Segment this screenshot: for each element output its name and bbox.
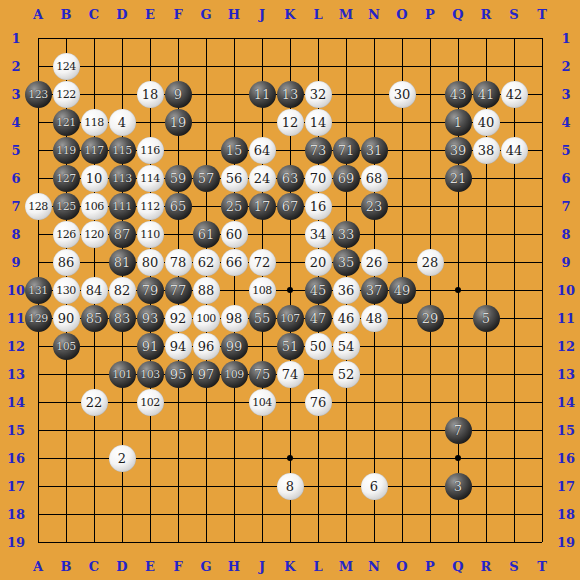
stone-18-white-E3: 18 xyxy=(137,81,164,108)
row-label-right: 4 xyxy=(561,116,570,129)
row-label-right: 18 xyxy=(557,508,575,521)
star-point xyxy=(287,287,293,293)
col-label-top: H xyxy=(228,8,240,21)
stone-124-white-B2: 124 xyxy=(53,53,80,80)
stone-26-white-N9: 26 xyxy=(361,249,388,276)
row-label-right: 5 xyxy=(561,144,570,157)
col-label-top: K xyxy=(284,8,295,21)
row-label-right: 15 xyxy=(557,424,575,437)
col-label-top: F xyxy=(173,8,182,21)
stone-56-white-H6: 56 xyxy=(221,165,248,192)
col-label-bottom: Q xyxy=(452,560,463,573)
row-label-left: 2 xyxy=(11,60,20,73)
stone-128-white-A7: 128 xyxy=(25,193,52,220)
stone-113-black-D6: 113 xyxy=(109,165,136,192)
stone-55-black-J11: 55 xyxy=(249,305,276,332)
stone-50-white-L12: 50 xyxy=(305,333,332,360)
stone-10-white-C6: 10 xyxy=(81,165,108,192)
stone-131-black-A10: 131 xyxy=(25,277,52,304)
stone-29-black-P11: 29 xyxy=(417,305,444,332)
stone-110-white-E8: 110 xyxy=(137,221,164,248)
stone-86-white-B9: 86 xyxy=(53,249,80,276)
stone-36-white-M10: 36 xyxy=(333,277,360,304)
stone-92-white-F11: 92 xyxy=(165,305,192,332)
col-label-bottom: K xyxy=(284,560,295,573)
stone-103-black-E13: 103 xyxy=(137,361,164,388)
col-label-bottom: N xyxy=(368,560,380,573)
stone-95-black-F13: 95 xyxy=(165,361,192,388)
stone-116-white-E5: 116 xyxy=(137,137,164,164)
col-label-bottom: E xyxy=(145,560,155,573)
col-label-bottom: S xyxy=(509,560,518,573)
stone-109-black-H13: 109 xyxy=(221,361,248,388)
col-label-bottom: F xyxy=(173,560,182,573)
stone-119-black-B5: 119 xyxy=(53,137,80,164)
row-label-right: 13 xyxy=(557,368,575,381)
stone-99-black-H12: 99 xyxy=(221,333,248,360)
col-label-top: O xyxy=(396,8,407,21)
stone-114-white-E6: 114 xyxy=(137,165,164,192)
stone-84-white-C10: 84 xyxy=(81,277,108,304)
stone-127-black-B6: 127 xyxy=(53,165,80,192)
stone-105-black-B12: 105 xyxy=(53,333,80,360)
stone-30-white-O3: 30 xyxy=(389,81,416,108)
stone-9-black-F3: 9 xyxy=(165,81,192,108)
stone-100-white-G11: 100 xyxy=(193,305,220,332)
stone-61-black-G8: 61 xyxy=(193,221,220,248)
stone-37-black-N10: 37 xyxy=(361,277,388,304)
col-label-bottom: T xyxy=(537,560,547,573)
stone-17-black-J7: 17 xyxy=(249,193,276,220)
row-label-left: 15 xyxy=(7,424,25,437)
col-label-top: G xyxy=(200,8,211,21)
col-label-top: L xyxy=(313,8,322,21)
row-label-left: 18 xyxy=(7,508,25,521)
stone-6-white-N17: 6 xyxy=(361,473,388,500)
stone-64-white-J5: 64 xyxy=(249,137,276,164)
stone-2-white-D16: 2 xyxy=(109,445,136,472)
stone-46-white-M11: 46 xyxy=(333,305,360,332)
stone-35-black-M9: 35 xyxy=(333,249,360,276)
stone-129-black-A11: 129 xyxy=(25,305,52,332)
row-label-left: 6 xyxy=(11,172,20,185)
stone-91-black-E12: 91 xyxy=(137,333,164,360)
stone-5-black-R11: 5 xyxy=(473,305,500,332)
stone-79-black-E10: 79 xyxy=(137,277,164,304)
stone-44-white-S5: 44 xyxy=(501,137,528,164)
stone-16-white-L7: 16 xyxy=(305,193,332,220)
stone-97-black-G13: 97 xyxy=(193,361,220,388)
stone-82-white-D10: 82 xyxy=(109,277,136,304)
stone-90-white-B11: 90 xyxy=(53,305,80,332)
stone-88-white-G10: 88 xyxy=(193,277,220,304)
stone-15-black-H5: 15 xyxy=(221,137,248,164)
row-label-left: 3 xyxy=(11,88,20,101)
stone-4-white-D4: 4 xyxy=(109,109,136,136)
row-label-left: 11 xyxy=(7,312,25,325)
star-point xyxy=(287,455,293,461)
row-label-left: 1 xyxy=(11,32,20,45)
stone-73-black-L5: 73 xyxy=(305,137,332,164)
stone-96-white-G12: 96 xyxy=(193,333,220,360)
row-label-right: 7 xyxy=(561,200,570,213)
stone-118-white-C4: 118 xyxy=(81,109,108,136)
col-label-bottom: H xyxy=(228,560,240,573)
stone-70-white-L6: 70 xyxy=(305,165,332,192)
stone-43-black-Q3: 43 xyxy=(445,81,472,108)
stone-108-white-J10: 108 xyxy=(249,277,276,304)
row-label-left: 9 xyxy=(11,256,20,269)
row-label-right: 6 xyxy=(561,172,570,185)
row-label-left: 8 xyxy=(11,228,20,241)
stone-25-black-H7: 25 xyxy=(221,193,248,220)
stone-33-black-M8: 33 xyxy=(333,221,360,248)
stone-24-white-J6: 24 xyxy=(249,165,276,192)
stone-120-white-C8: 120 xyxy=(81,221,108,248)
col-label-bottom: R xyxy=(481,560,492,573)
stone-106-white-C7: 106 xyxy=(81,193,108,220)
stone-3-black-Q17: 3 xyxy=(445,473,472,500)
stone-77-black-F10: 77 xyxy=(165,277,192,304)
row-label-right: 3 xyxy=(561,88,570,101)
stone-14-white-L4: 14 xyxy=(305,109,332,136)
stone-117-black-C5: 117 xyxy=(81,137,108,164)
stone-67-black-K7: 67 xyxy=(277,193,304,220)
stone-39-black-Q5: 39 xyxy=(445,137,472,164)
stone-76-white-L14: 76 xyxy=(305,389,332,416)
row-label-right: 19 xyxy=(557,536,575,549)
col-label-bottom: C xyxy=(89,560,99,573)
stone-19-black-F4: 19 xyxy=(165,109,192,136)
col-label-top: B xyxy=(61,8,72,21)
row-label-right: 9 xyxy=(561,256,570,269)
stone-69-black-M6: 69 xyxy=(333,165,360,192)
stone-75-black-J13: 75 xyxy=(249,361,276,388)
row-label-right: 1 xyxy=(561,32,570,45)
col-label-top: E xyxy=(145,8,155,21)
stone-41-black-R3: 41 xyxy=(473,81,500,108)
row-label-left: 14 xyxy=(7,396,25,409)
stone-94-white-F12: 94 xyxy=(165,333,192,360)
stone-74-white-K13: 74 xyxy=(277,361,304,388)
row-label-left: 12 xyxy=(7,340,25,353)
stone-107-black-K11: 107 xyxy=(277,305,304,332)
row-label-left: 4 xyxy=(11,116,20,129)
stone-80-white-E9: 80 xyxy=(137,249,164,276)
stone-49-black-O10: 49 xyxy=(389,277,416,304)
stone-32-white-L3: 32 xyxy=(305,81,332,108)
col-label-bottom: J xyxy=(259,560,265,573)
row-label-right: 10 xyxy=(557,284,575,297)
stone-125-black-B7: 125 xyxy=(53,193,80,220)
col-label-top: S xyxy=(509,8,518,21)
stone-45-black-L10: 45 xyxy=(305,277,332,304)
col-label-top: Q xyxy=(452,8,463,21)
stone-57-black-G6: 57 xyxy=(193,165,220,192)
go-board: AABBCCDDEEFFGGHHJJKKLLMMNNOOPPQQRRSSTT11… xyxy=(0,0,580,580)
row-label-left: 19 xyxy=(7,536,25,549)
stone-66-white-H9: 66 xyxy=(221,249,248,276)
stone-42-white-S3: 42 xyxy=(501,81,528,108)
stone-93-black-E11: 93 xyxy=(137,305,164,332)
stone-121-black-B4: 121 xyxy=(53,109,80,136)
stone-72-white-J9: 72 xyxy=(249,249,276,276)
stone-21-black-Q6: 21 xyxy=(445,165,472,192)
row-label-right: 11 xyxy=(557,312,575,325)
col-label-bottom: M xyxy=(339,560,353,573)
row-label-right: 17 xyxy=(557,480,575,493)
stone-28-white-P9: 28 xyxy=(417,249,444,276)
stone-54-white-M12: 54 xyxy=(333,333,360,360)
stone-123-black-A3: 123 xyxy=(25,81,52,108)
stone-63-black-K6: 63 xyxy=(277,165,304,192)
stone-7-black-Q15: 7 xyxy=(445,417,472,444)
col-label-top: A xyxy=(33,8,43,21)
col-label-bottom: G xyxy=(200,560,211,573)
col-label-top: R xyxy=(481,8,492,21)
col-label-top: J xyxy=(259,8,265,21)
stone-85-black-C11: 85 xyxy=(81,305,108,332)
stone-31-black-N5: 31 xyxy=(361,137,388,164)
stone-104-white-J14: 104 xyxy=(249,389,276,416)
star-point xyxy=(455,455,461,461)
row-label-right: 14 xyxy=(557,396,575,409)
stone-23-black-N7: 23 xyxy=(361,193,388,220)
col-label-bottom: A xyxy=(33,560,43,573)
stone-20-white-L9: 20 xyxy=(305,249,332,276)
row-label-left: 5 xyxy=(11,144,20,157)
col-label-bottom: D xyxy=(116,560,127,573)
stone-78-white-F9: 78 xyxy=(165,249,192,276)
stone-81-black-D9: 81 xyxy=(109,249,136,276)
stone-122-white-B3: 122 xyxy=(53,81,80,108)
stone-52-white-M13: 52 xyxy=(333,361,360,388)
row-label-right: 2 xyxy=(561,60,570,73)
stone-22-white-C14: 22 xyxy=(81,389,108,416)
stone-112-white-E7: 112 xyxy=(137,193,164,220)
stone-51-black-K12: 51 xyxy=(277,333,304,360)
col-label-top: N xyxy=(368,8,380,21)
stone-40-white-R4: 40 xyxy=(473,109,500,136)
stone-115-black-D5: 115 xyxy=(109,137,136,164)
row-label-left: 10 xyxy=(7,284,25,297)
col-label-top: T xyxy=(537,8,547,21)
col-label-bottom: O xyxy=(396,560,407,573)
stone-130-white-B10: 130 xyxy=(53,277,80,304)
col-label-top: M xyxy=(339,8,353,21)
stone-13-black-K3: 13 xyxy=(277,81,304,108)
stone-71-black-M5: 71 xyxy=(333,137,360,164)
col-label-bottom: P xyxy=(425,560,435,573)
stone-38-white-R5: 38 xyxy=(473,137,500,164)
col-label-top: C xyxy=(89,8,99,21)
row-label-left: 17 xyxy=(7,480,25,493)
row-label-left: 13 xyxy=(7,368,25,381)
row-label-right: 12 xyxy=(557,340,575,353)
stone-47-black-L11: 47 xyxy=(305,305,332,332)
row-label-right: 16 xyxy=(557,452,575,465)
stone-98-white-H11: 98 xyxy=(221,305,248,332)
row-label-right: 8 xyxy=(561,228,570,241)
stone-11-black-J3: 11 xyxy=(249,81,276,108)
row-label-left: 7 xyxy=(11,200,20,213)
star-point xyxy=(455,287,461,293)
stone-60-white-H8: 60 xyxy=(221,221,248,248)
stone-12-white-K4: 12 xyxy=(277,109,304,136)
col-label-bottom: L xyxy=(313,560,322,573)
col-label-top: P xyxy=(425,8,435,21)
stone-1-black-Q4: 1 xyxy=(445,109,472,136)
stone-68-white-N6: 68 xyxy=(361,165,388,192)
stone-102-white-E14: 102 xyxy=(137,389,164,416)
stone-126-white-B8: 126 xyxy=(53,221,80,248)
stone-34-white-L8: 34 xyxy=(305,221,332,248)
stone-101-black-D13: 101 xyxy=(109,361,136,388)
stone-111-black-D7: 111 xyxy=(109,193,136,220)
stone-87-black-D8: 87 xyxy=(109,221,136,248)
row-label-left: 16 xyxy=(7,452,25,465)
stone-48-white-N11: 48 xyxy=(361,305,388,332)
stone-8-white-K17: 8 xyxy=(277,473,304,500)
stone-59-black-F6: 59 xyxy=(165,165,192,192)
stone-65-black-F7: 65 xyxy=(165,193,192,220)
stone-83-black-D11: 83 xyxy=(109,305,136,332)
col-label-top: D xyxy=(116,8,127,21)
col-label-bottom: B xyxy=(61,560,72,573)
stone-62-white-G9: 62 xyxy=(193,249,220,276)
